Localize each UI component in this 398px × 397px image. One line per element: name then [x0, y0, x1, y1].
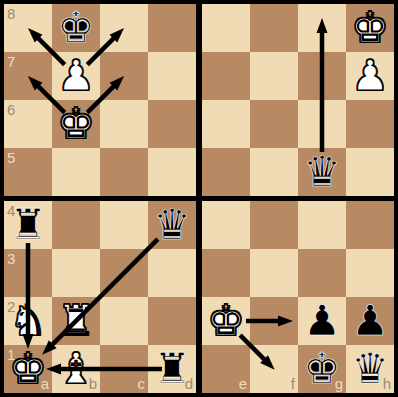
square-d3[interactable] [148, 249, 196, 297]
square-f5[interactable] [250, 148, 298, 196]
piece-white-king-h8[interactable]: ♚ [346, 4, 394, 52]
square-g7[interactable] [298, 52, 346, 100]
square-f4[interactable] [250, 201, 298, 249]
square-b4[interactable] [52, 201, 100, 249]
square-a7[interactable]: 7 [4, 52, 52, 100]
piece-black-pawn-g2[interactable]: ♟ [298, 297, 346, 345]
piece-white-king-b6[interactable]: ♚ [52, 100, 100, 148]
square-b3[interactable] [52, 249, 100, 297]
piece-white-pawn-b7[interactable]: ♟ [52, 52, 100, 100]
square-f3[interactable] [250, 249, 298, 297]
board-quadrant-bottom-left: 4321abcd♜♛♞♜♚♝♜ [4, 201, 196, 393]
board-quadrant-top-left: 8765♚♟♚ [4, 4, 196, 196]
square-f7[interactable] [250, 52, 298, 100]
piece-black-queen-d4[interactable]: ♛ [148, 201, 196, 249]
square-g4[interactable] [298, 201, 346, 249]
square-e4[interactable] [202, 201, 250, 249]
piece-black-queen-h1[interactable]: ♛ [346, 345, 394, 393]
square-c1[interactable]: c [100, 345, 148, 393]
square-c7[interactable] [100, 52, 148, 100]
square-e6[interactable] [202, 100, 250, 148]
rank-label-6: 6 [7, 102, 15, 117]
chess-four-example-diagram: 8765♚♟♚ ♚♟♛ 4321abcd♜♛♞♜♚♝♜ efgh♚♟♟♚♛ [0, 0, 398, 397]
square-h4[interactable] [346, 201, 394, 249]
square-c5[interactable] [100, 148, 148, 196]
piece-black-rook-a4[interactable]: ♜ [4, 201, 52, 249]
rank-label-7: 7 [7, 54, 15, 69]
rank-label-3: 3 [7, 251, 15, 266]
piece-black-rook-d1[interactable]: ♜ [148, 345, 196, 393]
piece-black-queen-g5[interactable]: ♛ [298, 148, 346, 196]
square-e5[interactable] [202, 148, 250, 196]
square-b5[interactable] [52, 148, 100, 196]
square-e8[interactable] [202, 4, 250, 52]
square-e1[interactable]: e [202, 345, 250, 393]
square-a5[interactable]: 5 [4, 148, 52, 196]
piece-white-knight-a2[interactable]: ♞ [4, 297, 52, 345]
square-h3[interactable] [346, 249, 394, 297]
piece-white-pawn-h7[interactable]: ♟ [346, 52, 394, 100]
square-f8[interactable] [250, 4, 298, 52]
board-quadrant-top-right: ♚♟♛ [202, 4, 394, 196]
rank-label-5: 5 [7, 150, 15, 165]
square-g3[interactable] [298, 249, 346, 297]
square-e7[interactable] [202, 52, 250, 100]
square-d7[interactable] [148, 52, 196, 100]
piece-black-king-g1[interactable]: ♚ [298, 345, 346, 393]
square-g8[interactable] [298, 4, 346, 52]
file-label-c: c [138, 376, 146, 391]
square-a3[interactable]: 3 [4, 249, 52, 297]
square-c2[interactable] [100, 297, 148, 345]
square-g6[interactable] [298, 100, 346, 148]
square-a6[interactable]: 6 [4, 100, 52, 148]
square-f1[interactable]: f [250, 345, 298, 393]
square-c6[interactable] [100, 100, 148, 148]
square-a8[interactable]: 8 [4, 4, 52, 52]
file-label-f: f [291, 376, 295, 391]
file-label-e: e [239, 376, 247, 391]
square-d6[interactable] [148, 100, 196, 148]
square-f2[interactable] [250, 297, 298, 345]
square-h6[interactable] [346, 100, 394, 148]
piece-white-king-a1[interactable]: ♚ [4, 345, 52, 393]
square-d8[interactable] [148, 4, 196, 52]
square-d2[interactable] [148, 297, 196, 345]
square-c3[interactable] [100, 249, 148, 297]
square-f6[interactable] [250, 100, 298, 148]
piece-white-king-e2[interactable]: ♚ [202, 297, 250, 345]
piece-black-pawn-h2[interactable]: ♟ [346, 297, 394, 345]
piece-black-king-b8[interactable]: ♚ [52, 4, 100, 52]
square-d5[interactable] [148, 148, 196, 196]
rank-label-8: 8 [7, 6, 15, 21]
board-quadrant-bottom-right: efgh♚♟♟♚♛ [202, 201, 394, 393]
square-h5[interactable] [346, 148, 394, 196]
piece-white-rook-b2[interactable]: ♜ [52, 297, 100, 345]
piece-white-bishop-b1[interactable]: ♝ [52, 345, 100, 393]
square-e3[interactable] [202, 249, 250, 297]
square-c4[interactable] [100, 201, 148, 249]
square-c8[interactable] [100, 4, 148, 52]
